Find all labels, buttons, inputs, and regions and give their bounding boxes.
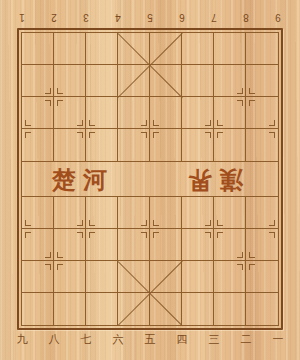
point-marker-corner: [57, 88, 63, 94]
point-marker-corner: [25, 220, 31, 226]
point-marker-corner: [249, 264, 255, 270]
board-cell[interactable]: [214, 33, 246, 65]
board-cell[interactable]: [22, 33, 54, 65]
point-marker-corner: [237, 264, 243, 270]
point-marker-corner: [153, 232, 159, 238]
board-cell[interactable]: [182, 65, 214, 97]
board-cell[interactable]: [86, 65, 118, 97]
point-marker-corner: [217, 120, 223, 126]
board-cell[interactable]: [182, 33, 214, 65]
point-marker-corner: [25, 132, 31, 138]
board-cell[interactable]: [246, 162, 278, 197]
board-cell[interactable]: [22, 293, 54, 325]
file-label-bottom: 三: [204, 333, 224, 346]
file-label-bottom: 六: [108, 333, 128, 346]
point-marker-corner: [89, 220, 95, 226]
point-marker-corner: [269, 232, 275, 238]
point-marker-corner: [141, 232, 147, 238]
river-text-chu-he: 楚河: [49, 166, 117, 194]
board-cell[interactable]: [246, 33, 278, 65]
point-marker-corner: [217, 232, 223, 238]
point-marker-corner: [205, 132, 211, 138]
file-label-top: 8: [236, 11, 256, 24]
point-marker-corner: [77, 232, 83, 238]
point-marker-corner: [153, 120, 159, 126]
point-marker-corner: [25, 232, 31, 238]
point-marker-corner: [217, 220, 223, 226]
board-cell[interactable]: [86, 261, 118, 293]
river-text-han-jie: 漢界: [178, 166, 246, 194]
point-marker-corner: [249, 88, 255, 94]
file-label-bottom: 九: [12, 333, 32, 346]
board-cell[interactable]: [182, 261, 214, 293]
file-label-bottom: 五: [140, 333, 160, 346]
file-label-top: 3: [76, 11, 96, 24]
point-marker-corner: [269, 220, 275, 226]
point-marker-corner: [153, 220, 159, 226]
point-marker-corner: [57, 252, 63, 258]
point-marker-corner: [89, 232, 95, 238]
point-marker-corner: [237, 88, 243, 94]
file-label-bottom: 四: [172, 333, 192, 346]
file-label-top: 1: [12, 11, 32, 24]
point-marker-corner: [45, 264, 51, 270]
point-marker-corner: [141, 132, 147, 138]
point-marker-corner: [57, 100, 63, 106]
board-cell[interactable]: [86, 293, 118, 325]
board-cell[interactable]: [54, 293, 86, 325]
point-marker-corner: [249, 100, 255, 106]
file-label-top: 5: [140, 11, 160, 24]
point-marker-corner: [45, 100, 51, 106]
point-marker-corner: [141, 220, 147, 226]
file-label-top: 4: [108, 11, 128, 24]
point-marker-corner: [205, 232, 211, 238]
point-marker-corner: [25, 120, 31, 126]
point-marker-corner: [153, 132, 159, 138]
file-label-top: 7: [204, 11, 224, 24]
file-label-bottom: 二: [236, 333, 256, 346]
point-marker-corner: [205, 120, 211, 126]
file-label-bottom: 一: [268, 333, 288, 346]
point-marker-corner: [77, 220, 83, 226]
point-marker-corner: [269, 132, 275, 138]
board-cell[interactable]: [86, 33, 118, 65]
point-marker-corner: [141, 120, 147, 126]
point-marker-corner: [45, 88, 51, 94]
file-label-top: 9: [268, 11, 288, 24]
point-marker-corner: [57, 264, 63, 270]
point-marker-corner: [249, 252, 255, 258]
file-label-top: 6: [172, 11, 192, 24]
board-cell[interactable]: [182, 293, 214, 325]
point-marker-corner: [89, 132, 95, 138]
board-cell[interactable]: [246, 293, 278, 325]
xiangqi-board[interactable]: 123456789 九八七六五四三二一 楚河 漢界: [0, 0, 300, 360]
board-cell[interactable]: [54, 33, 86, 65]
board-cell[interactable]: [118, 162, 150, 197]
board-cell[interactable]: [214, 293, 246, 325]
point-marker-corner: [217, 132, 223, 138]
point-marker-corner: [237, 252, 243, 258]
file-label-bottom: 七: [76, 333, 96, 346]
file-label-top: 2: [44, 11, 64, 24]
point-marker-corner: [237, 100, 243, 106]
point-marker-corner: [269, 120, 275, 126]
point-marker-corner: [77, 120, 83, 126]
file-label-bottom: 八: [44, 333, 64, 346]
point-marker-corner: [89, 120, 95, 126]
point-marker-corner: [205, 220, 211, 226]
point-marker-corner: [45, 252, 51, 258]
point-marker-corner: [77, 132, 83, 138]
